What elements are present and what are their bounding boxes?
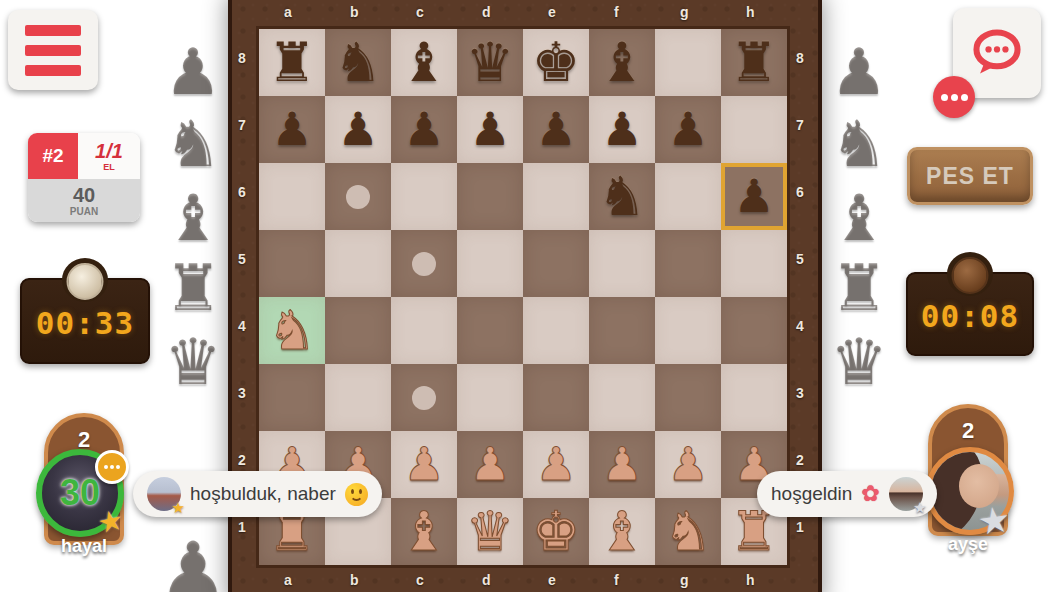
square-c8[interactable]: ♝ (391, 29, 457, 96)
file-label-b: b (350, 4, 359, 20)
black-pawn-a7: ♟ (271, 96, 312, 163)
square-g4[interactable] (655, 297, 721, 364)
square-h4[interactable] (721, 297, 787, 364)
square-f5[interactable] (589, 230, 655, 297)
star-icon: ★ (172, 500, 185, 515)
silhouette-bishop-icon: ♝ (148, 186, 238, 250)
rank-label-2: 2 (238, 452, 246, 468)
square-c5[interactable] (391, 230, 457, 297)
square-a5[interactable] (259, 230, 325, 297)
file-label-f: f (614, 572, 619, 588)
black-pawn-f7: ♟ (601, 96, 642, 163)
rank-label-6: 6 (796, 184, 804, 200)
chat-text: hoşgeldin (771, 483, 852, 505)
silhouette-pawn-icon: ♟ (814, 40, 904, 104)
silhouette-pawn-icon: ♟ (148, 40, 238, 104)
black-pawn-b7: ♟ (337, 96, 378, 163)
file-label-g: g (680, 572, 689, 588)
black-pawn-d7: ♟ (469, 96, 510, 163)
rank-badge: #2 (28, 133, 78, 179)
square-e1[interactable]: ♚ (523, 498, 589, 565)
black-king-e8: ♚ (532, 29, 580, 96)
file-label-a: a (284, 4, 292, 20)
mini-avatar: ★ (889, 477, 923, 511)
file-label-e: e (548, 4, 556, 20)
black-pawn-h6: ♟ (733, 163, 774, 230)
rank-label-7: 7 (238, 117, 246, 133)
square-f6[interactable]: ♞ (589, 163, 655, 230)
square-f1[interactable]: ♝ (589, 498, 655, 565)
square-c7[interactable]: ♟ (391, 96, 457, 163)
square-b7[interactable]: ♟ (325, 96, 391, 163)
silhouette-rook-icon: ♜ (148, 256, 238, 320)
black-piece-disc (952, 257, 989, 294)
square-f8[interactable]: ♝ (589, 29, 655, 96)
points-value: 40 (73, 185, 95, 205)
square-d4[interactable] (457, 297, 523, 364)
silhouette-knight-icon: ♞ (814, 112, 904, 176)
black-knight-b8: ♞ (334, 29, 382, 96)
rank-label-1: 1 (796, 519, 804, 535)
file-label-c: c (416, 572, 424, 588)
square-b5[interactable] (325, 230, 391, 297)
white-pawn-c2: ♟ (403, 431, 444, 498)
square-c2[interactable]: ♟ (391, 431, 457, 498)
square-c1[interactable]: ♝ (391, 498, 457, 565)
more-options-button[interactable] (933, 76, 975, 118)
square-e8[interactable]: ♚ (523, 29, 589, 96)
game-screen: ♟♞♝♜♛♟ ♟♞♝♜♛ aabbccddeeffgghh88776655443… (0, 0, 1052, 592)
smiley-emoji (345, 483, 368, 506)
resign-button[interactable]: PES ET (907, 147, 1033, 205)
square-g7[interactable]: ♟ (655, 96, 721, 163)
square-c6[interactable] (391, 163, 457, 230)
points-indicator: 40 PUAN (28, 179, 140, 222)
rank-label-5: 5 (238, 251, 246, 267)
round-value: 1/1 (95, 141, 123, 161)
square-c3[interactable] (391, 364, 457, 431)
star-icon: ★ (913, 500, 926, 515)
rank-label-3: 3 (796, 385, 804, 401)
square-e4[interactable] (523, 297, 589, 364)
black-rook-a8: ♜ (268, 29, 316, 96)
white-knight-a4: ♞ (268, 297, 316, 364)
clock-right-time: 00:08 (908, 298, 1032, 334)
rank-label-8: 8 (238, 50, 246, 66)
square-g6[interactable] (655, 163, 721, 230)
menu-button[interactable] (8, 10, 98, 90)
white-piece-disc (67, 263, 104, 300)
white-pawn-e2: ♟ (535, 431, 576, 498)
chat-message-right: hoşgeldin ✿ ★ (757, 471, 937, 517)
rank-label-4: 4 (238, 318, 246, 334)
square-a7[interactable]: ♟ (259, 96, 325, 163)
file-label-d: d (482, 572, 491, 588)
silhouette-rook-icon: ♜ (814, 256, 904, 320)
file-label-h: h (746, 572, 755, 588)
silhouette-knight-icon: ♞ (148, 112, 238, 176)
chat-text: hoşbulduk, naber (190, 483, 336, 505)
rank-label-2: 2 (796, 452, 804, 468)
square-h7[interactable] (721, 96, 787, 163)
square-b3[interactable] (325, 364, 391, 431)
rank-label-8: 8 (796, 50, 804, 66)
file-label-f: f (614, 4, 619, 20)
rank-label-7: 7 (796, 117, 804, 133)
file-label-b: b (350, 572, 359, 588)
square-e5[interactable] (523, 230, 589, 297)
mini-avatar: ★ (147, 477, 181, 511)
silhouette-queen-icon: ♛ (148, 330, 238, 394)
square-h6[interactable]: ♟ (721, 163, 787, 230)
silhouette-pawn-icon: ♟ (148, 540, 238, 592)
square-b4[interactable] (325, 297, 391, 364)
white-pawn-d2: ♟ (469, 431, 510, 498)
square-b6[interactable] (325, 163, 391, 230)
rank-label-4: 4 (796, 318, 804, 334)
points-label: PUAN (70, 207, 98, 217)
clock-left-time: 00:33 (22, 305, 148, 341)
player-right-arch-value: 2 (932, 418, 1004, 444)
silhouette-queen-icon: ♛ (814, 330, 904, 394)
square-g8[interactable] (655, 29, 721, 96)
white-queen-d1: ♛ (466, 498, 514, 565)
square-a3[interactable] (259, 364, 325, 431)
square-a4[interactable]: ♞ (259, 297, 325, 364)
square-g1[interactable]: ♞ (655, 498, 721, 565)
clock-left: 00:33 (20, 278, 150, 364)
white-knight-g1: ♞ (664, 498, 712, 565)
rank-label-3: 3 (238, 385, 246, 401)
chat-message-left: ★ hoşbulduk, naber (133, 471, 382, 517)
square-f3[interactable] (589, 364, 655, 431)
round-label: EL (103, 163, 115, 172)
square-a8[interactable]: ♜ (259, 29, 325, 96)
file-label-h: h (746, 4, 755, 20)
match-stat-card: #2 1/1 EL 40 PUAN (28, 133, 140, 222)
clock-right: 00:08 (906, 272, 1034, 356)
square-d5[interactable] (457, 230, 523, 297)
chat-notification-badge[interactable] (95, 450, 129, 484)
black-pawn-e7: ♟ (535, 96, 576, 163)
move-dot-c5[interactable] (412, 252, 436, 276)
square-e6[interactable] (523, 163, 589, 230)
square-g3[interactable] (655, 364, 721, 431)
square-f7[interactable]: ♟ (589, 96, 655, 163)
chat-bubble-icon (968, 24, 1026, 82)
square-d8[interactable]: ♛ (457, 29, 523, 96)
player-right-name: ayşe (908, 534, 1028, 555)
file-label-c: c (416, 4, 424, 20)
square-d3[interactable] (457, 364, 523, 431)
square-c4[interactable] (391, 297, 457, 364)
square-g5[interactable] (655, 230, 721, 297)
square-d7[interactable]: ♟ (457, 96, 523, 163)
square-a6[interactable] (259, 163, 325, 230)
square-g2[interactable]: ♟ (655, 431, 721, 498)
file-label-d: d (482, 4, 491, 20)
black-knight-f6: ♞ (598, 163, 646, 230)
black-pawn-g7: ♟ (667, 96, 708, 163)
square-e2[interactable]: ♟ (523, 431, 589, 498)
square-h5[interactable] (721, 230, 787, 297)
square-d2[interactable]: ♟ (457, 431, 523, 498)
square-f4[interactable] (589, 297, 655, 364)
black-bishop-f8: ♝ (598, 29, 646, 96)
flower-emoji: ✿ (861, 483, 879, 505)
square-e7[interactable]: ♟ (523, 96, 589, 163)
rank-label-5: 5 (796, 251, 804, 267)
square-f2[interactable]: ♟ (589, 431, 655, 498)
square-b8[interactable]: ♞ (325, 29, 391, 96)
black-bishop-c8: ♝ (400, 29, 448, 96)
rank-label-6: 6 (238, 184, 246, 200)
white-pawn-f2: ♟ (601, 431, 642, 498)
square-d6[interactable] (457, 163, 523, 230)
move-dot-b6[interactable] (346, 185, 370, 209)
white-king-e1: ♚ (532, 498, 580, 565)
white-bishop-f1: ♝ (598, 498, 646, 565)
black-queen-d8: ♛ (466, 29, 514, 96)
square-h8[interactable]: ♜ (721, 29, 787, 96)
black-pawn-c7: ♟ (403, 96, 444, 163)
white-bishop-c1: ♝ (400, 498, 448, 565)
turn-countdown: 30 (60, 472, 100, 514)
move-dot-c3[interactable] (412, 386, 436, 410)
rank-label-1: 1 (238, 519, 246, 535)
file-label-g: g (680, 4, 689, 20)
square-d1[interactable]: ♛ (457, 498, 523, 565)
file-label-a: a (284, 572, 292, 588)
square-e3[interactable] (523, 364, 589, 431)
black-rook-h8: ♜ (730, 29, 778, 96)
file-label-e: e (548, 572, 556, 588)
silhouette-bishop-icon: ♝ (814, 186, 904, 250)
white-pawn-g2: ♟ (667, 431, 708, 498)
round-indicator: 1/1 EL (78, 133, 140, 179)
player-left-name: hayal (24, 536, 144, 557)
square-h3[interactable] (721, 364, 787, 431)
